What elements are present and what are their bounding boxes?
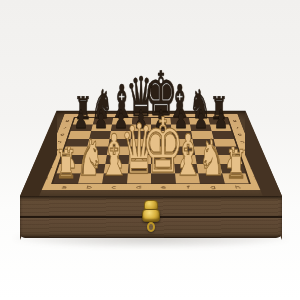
piece-white-rook[interactable]: ♜ <box>219 144 254 184</box>
brass-clasp-loop <box>147 222 155 232</box>
brass-clasp[interactable] <box>140 200 163 234</box>
piece-black-pawn[interactable]: ♟ <box>210 106 233 131</box>
brass-clasp-plate <box>142 209 160 222</box>
chess-box-photo: abcdefgh abcdefgh 87654321 87654321 ♜♞♝♛… <box>0 0 300 300</box>
coord-label: 7 <box>231 124 243 131</box>
coord-label: 6 <box>234 131 246 138</box>
